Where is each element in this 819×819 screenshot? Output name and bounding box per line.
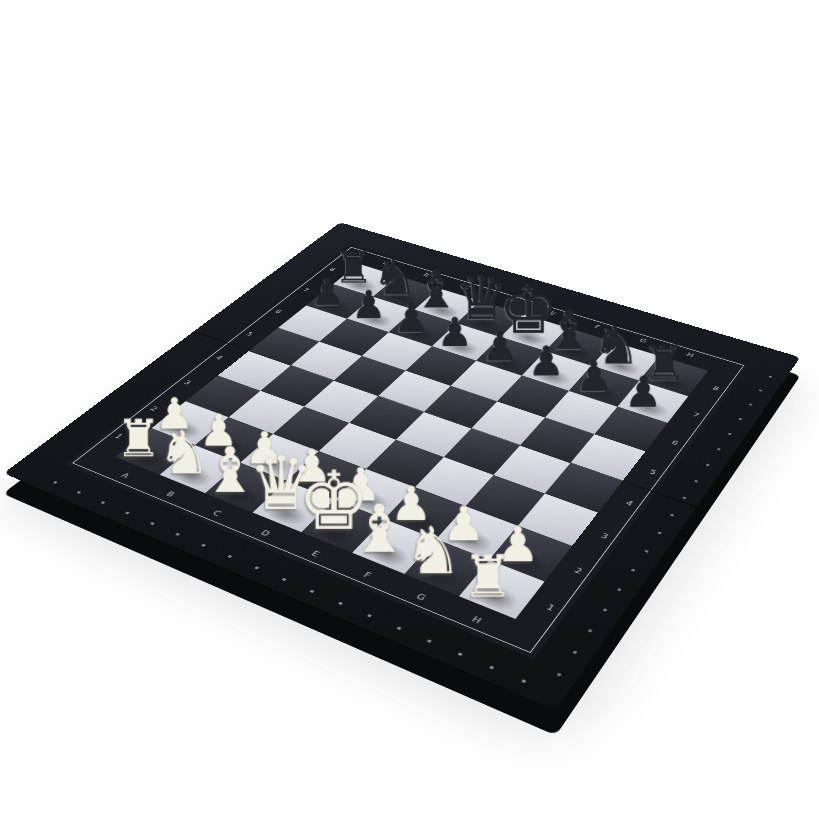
chess-set: ABCDEFGH ABCDEFGH 87654321 87654321 ♜♞♝♛… [64, 244, 750, 659]
black-pawn-c7[interactable]: ♟ [386, 299, 436, 338]
product-photo-scene: ABCDEFGH ABCDEFGH 87654321 87654321 ♜♞♝♛… [0, 0, 819, 819]
black-pawn-h7[interactable]: ♟ [616, 371, 670, 413]
black-pawn-d7[interactable]: ♟ [429, 312, 480, 352]
black-pawn-e7[interactable]: ♟ [473, 327, 525, 367]
black-pawn-g7[interactable]: ♟ [567, 356, 620, 397]
white-knight-g1[interactable]: ♞ [401, 518, 464, 583]
black-pawn-f7[interactable]: ♟ [519, 341, 571, 382]
white-rook-h1[interactable]: ♜ [456, 547, 520, 605]
